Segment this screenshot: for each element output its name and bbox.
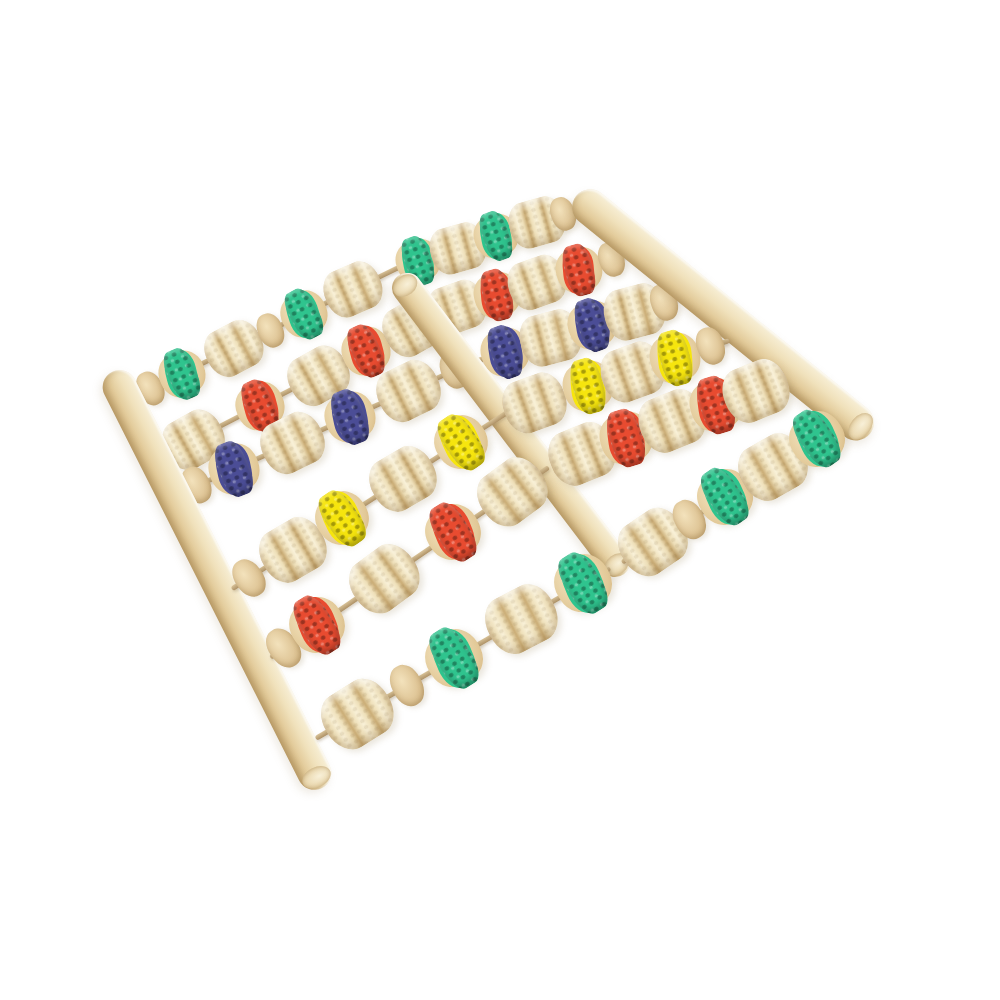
rail-end-face [299,762,334,793]
spiky-color-band [210,437,259,501]
spiky-color-band [559,241,599,298]
spiky-color-band [159,344,205,403]
roller-red-spiky [417,495,490,568]
scene-foot-massage-roller [0,0,1000,1000]
spiky-color-band [279,285,328,344]
roller-green-spiky [416,620,492,696]
roller-wood-ribbed [339,535,429,623]
spiky-color-band [326,385,375,449]
spiky-color-band [431,409,490,475]
rail-end-face [843,408,878,445]
spiky-color-band [424,497,484,566]
spiky-color-band [423,622,485,694]
